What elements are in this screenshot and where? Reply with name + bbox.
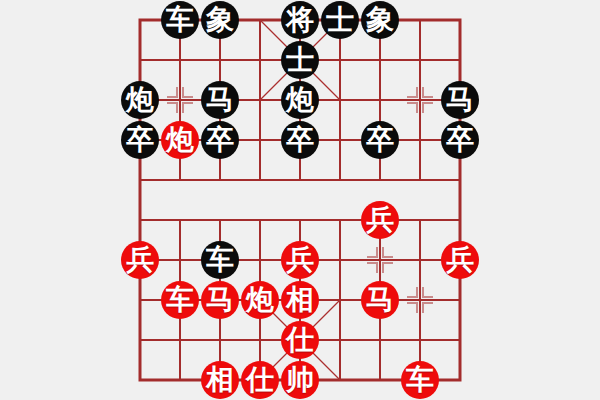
board-point-f4r0[interactable]: 将 (280, 0, 320, 40)
piece-red-advisor[interactable]: 仕 (241, 361, 279, 399)
board-point-f1r7[interactable]: 车 (160, 280, 200, 320)
point-marker-corner (382, 247, 393, 258)
board-point-f4r8[interactable]: 仕 (280, 320, 320, 360)
board-point-f6r4[interactable] (360, 160, 400, 200)
board-point-f4r5[interactable] (280, 200, 320, 240)
board-point-f6r1[interactable] (360, 40, 400, 80)
piece-black-soldier[interactable]: 卒 (361, 121, 399, 159)
board-point-f0r6[interactable]: 兵 (120, 240, 160, 280)
board-point-f7r1[interactable] (400, 40, 440, 80)
board-point-f6r9[interactable] (360, 360, 400, 400)
board-point-f6r2[interactable] (360, 80, 400, 120)
board-point-f1r5[interactable] (160, 200, 200, 240)
board-point-f5r3[interactable] (320, 120, 360, 160)
piece-black-soldier[interactable]: 卒 (201, 121, 239, 159)
piece-red-elephant[interactable]: 相 (281, 281, 319, 319)
board-point-f8r7[interactable] (440, 280, 480, 320)
board-point-f0r5[interactable] (120, 200, 160, 240)
board-point-f5r7[interactable] (320, 280, 360, 320)
board-point-f4r6[interactable]: 兵 (280, 240, 320, 280)
board-point-f3r5[interactable] (240, 200, 280, 240)
piece-red-general[interactable]: 帅 (281, 361, 319, 399)
board-point-f3r0[interactable] (240, 0, 280, 40)
piece-black-advisor[interactable]: 士 (321, 1, 359, 39)
board-point-f5r2[interactable] (320, 80, 360, 120)
piece-red-soldier[interactable]: 兵 (281, 241, 319, 279)
point-marker-corner (182, 87, 193, 98)
piece-black-soldier[interactable]: 卒 (441, 121, 479, 159)
board-point-f6r7[interactable]: 马 (360, 280, 400, 320)
board-point-f7r5[interactable] (400, 200, 440, 240)
board-point-f6r6[interactable] (360, 240, 400, 280)
piece-black-horse[interactable]: 马 (441, 81, 479, 119)
point-marker-corner (407, 87, 418, 98)
piece-black-soldier[interactable]: 卒 (121, 121, 159, 159)
piece-red-soldier[interactable]: 兵 (121, 241, 159, 279)
board-point-f8r8[interactable] (440, 320, 480, 360)
board-point-f2r2[interactable]: 马 (200, 80, 240, 120)
piece-black-chariot[interactable]: 车 (201, 241, 239, 279)
board-point-f3r4[interactable] (240, 160, 280, 200)
board-point-f0r4[interactable] (120, 160, 160, 200)
board-point-f5r8[interactable] (320, 320, 360, 360)
piece-black-cannon[interactable]: 炮 (121, 81, 159, 119)
board-point-f1r3[interactable]: 炮 (160, 120, 200, 160)
piece-black-horse[interactable]: 马 (201, 81, 239, 119)
piece-red-cannon[interactable]: 炮 (241, 281, 279, 319)
board-point-f7r9[interactable]: 车 (400, 360, 440, 400)
piece-red-cannon[interactable]: 炮 (161, 121, 199, 159)
board-point-f2r5[interactable] (200, 200, 240, 240)
board-point-f0r1[interactable] (120, 40, 160, 80)
board-point-f3r6[interactable] (240, 240, 280, 280)
point-marker (167, 87, 193, 113)
piece-red-horse[interactable]: 马 (201, 281, 239, 319)
board-point-f5r4[interactable] (320, 160, 360, 200)
board-point-f0r9[interactable] (120, 360, 160, 400)
point-marker-corner (422, 102, 433, 113)
board-point-f3r3[interactable] (240, 120, 280, 160)
board-point-f7r4[interactable] (400, 160, 440, 200)
board-point-f1r4[interactable] (160, 160, 200, 200)
board-point-f6r5[interactable]: 兵 (360, 200, 400, 240)
board-point-f5r6[interactable] (320, 240, 360, 280)
board-point-f6r3[interactable]: 卒 (360, 120, 400, 160)
point-marker-corner (422, 302, 433, 313)
point-marker-corner (367, 247, 378, 258)
piece-black-elephant[interactable]: 象 (201, 1, 239, 39)
piece-red-soldier[interactable]: 兵 (441, 241, 479, 279)
piece-black-chariot[interactable]: 车 (161, 1, 199, 39)
board-point-f8r3[interactable]: 卒 (440, 120, 480, 160)
board-point-f0r3[interactable]: 卒 (120, 120, 160, 160)
board-point-f2r1[interactable] (200, 40, 240, 80)
board-point-f5r9[interactable] (320, 360, 360, 400)
board-point-f2r8[interactable] (200, 320, 240, 360)
board-points: 车象将士象士炮马炮马卒炮卒卒卒卒兵兵车兵兵车马炮相马仕相仕帅车 (120, 0, 480, 400)
board-point-f2r7[interactable]: 马 (200, 280, 240, 320)
board-point-f8r9[interactable] (440, 360, 480, 400)
board-point-f2r4[interactable] (200, 160, 240, 200)
board-point-f1r9[interactable] (160, 360, 200, 400)
board-point-f3r7[interactable]: 炮 (240, 280, 280, 320)
board-point-f1r0[interactable]: 车 (160, 0, 200, 40)
piece-red-soldier[interactable]: 兵 (361, 201, 399, 239)
board-point-f4r3[interactable]: 卒 (280, 120, 320, 160)
board-point-f4r2[interactable]: 炮 (280, 80, 320, 120)
board-point-f4r9[interactable]: 帅 (280, 360, 320, 400)
point-marker-corner (182, 102, 193, 113)
board-point-f3r2[interactable] (240, 80, 280, 120)
app-background: 车象将士象士炮马炮马卒炮卒卒卒卒兵兵车兵兵车马炮相马仕相仕帅车 (0, 0, 600, 400)
board-point-f2r3[interactable]: 卒 (200, 120, 240, 160)
board-point-f3r9[interactable]: 仕 (240, 360, 280, 400)
piece-red-chariot[interactable]: 车 (161, 281, 199, 319)
board-point-f7r7[interactable] (400, 280, 440, 320)
point-marker (367, 247, 393, 273)
point-marker-corner (167, 102, 178, 113)
point-marker-corner (422, 287, 433, 298)
board-point-f4r1[interactable]: 士 (280, 40, 320, 80)
board-point-f5r0[interactable]: 士 (320, 0, 360, 40)
piece-black-general[interactable]: 将 (281, 1, 319, 39)
point-marker-corner (407, 287, 418, 298)
piece-black-elephant[interactable]: 象 (361, 1, 399, 39)
board-point-f2r0[interactable]: 象 (200, 0, 240, 40)
board-point-f8r5[interactable] (440, 200, 480, 240)
board-point-f3r1[interactable] (240, 40, 280, 80)
board-point-f1r2[interactable] (160, 80, 200, 120)
board-point-f2r6[interactable]: 车 (200, 240, 240, 280)
point-marker-corner (167, 87, 178, 98)
board-point-f7r0[interactable] (400, 0, 440, 40)
board-point-f7r2[interactable] (400, 80, 440, 120)
board-point-f1r1[interactable] (160, 40, 200, 80)
piece-black-advisor[interactable]: 士 (281, 41, 319, 79)
piece-red-elephant[interactable]: 相 (201, 361, 239, 399)
board-point-f8r2[interactable]: 马 (440, 80, 480, 120)
piece-red-horse[interactable]: 马 (361, 281, 399, 319)
point-marker-corner (407, 302, 418, 313)
point-marker-corner (367, 262, 378, 273)
board-point-f7r3[interactable] (400, 120, 440, 160)
board-point-f5r5[interactable] (320, 200, 360, 240)
board-point-f5r1[interactable] (320, 40, 360, 80)
piece-black-cannon[interactable]: 炮 (281, 81, 319, 119)
board-point-f2r9[interactable]: 相 (200, 360, 240, 400)
board-point-f0r7[interactable] (120, 280, 160, 320)
board-point-f1r6[interactable] (160, 240, 200, 280)
board-point-f8r0[interactable] (440, 0, 480, 40)
xiangqi-board: 车象将士象士炮马炮马卒炮卒卒卒卒兵兵车兵兵车马炮相马仕相仕帅车 (120, 0, 480, 400)
board-point-f3r8[interactable] (240, 320, 280, 360)
board-point-f0r0[interactable] (120, 0, 160, 40)
board-point-f8r1[interactable] (440, 40, 480, 80)
piece-red-advisor[interactable]: 仕 (281, 321, 319, 359)
board-point-f1r8[interactable] (160, 320, 200, 360)
piece-black-soldier[interactable]: 卒 (281, 121, 319, 159)
board-point-f7r8[interactable] (400, 320, 440, 360)
point-marker-corner (382, 262, 393, 273)
board-point-f0r2[interactable]: 炮 (120, 80, 160, 120)
point-marker (407, 87, 433, 113)
board-point-f6r0[interactable]: 象 (360, 0, 400, 40)
piece-red-chariot[interactable]: 车 (401, 361, 439, 399)
board-point-f8r4[interactable] (440, 160, 480, 200)
board-point-f4r7[interactable]: 相 (280, 280, 320, 320)
board-point-f0r8[interactable] (120, 320, 160, 360)
board-point-f6r8[interactable] (360, 320, 400, 360)
board-point-f8r6[interactable]: 兵 (440, 240, 480, 280)
point-marker (407, 287, 433, 313)
board-point-f7r6[interactable] (400, 240, 440, 280)
point-marker-corner (407, 102, 418, 113)
point-marker-corner (422, 87, 433, 98)
board-point-f4r4[interactable] (280, 160, 320, 200)
